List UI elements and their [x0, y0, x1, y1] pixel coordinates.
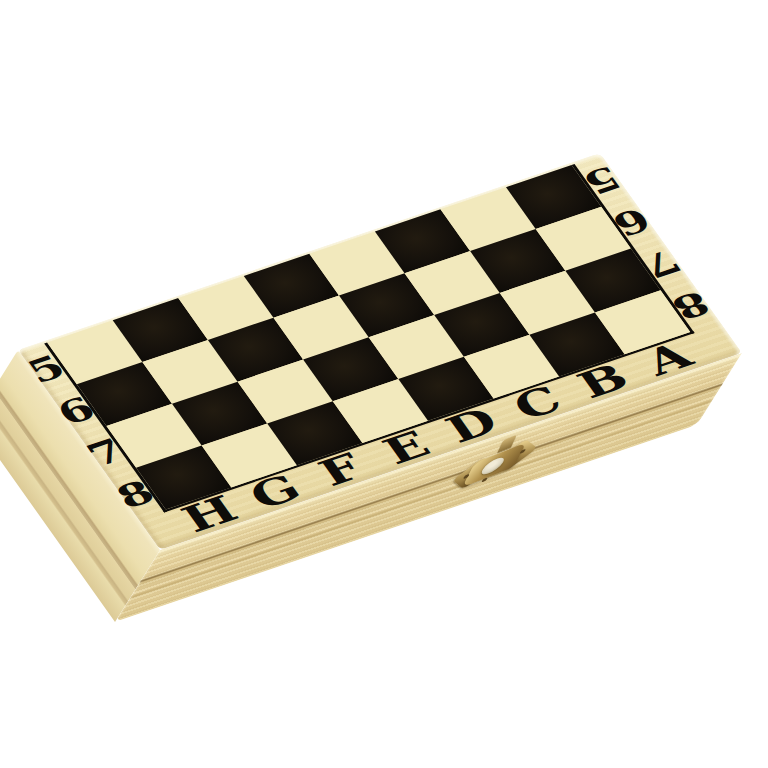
product-photo-scene: 5 6 7 8 5 6 7 8 H G F E D C B A — [0, 0, 768, 768]
